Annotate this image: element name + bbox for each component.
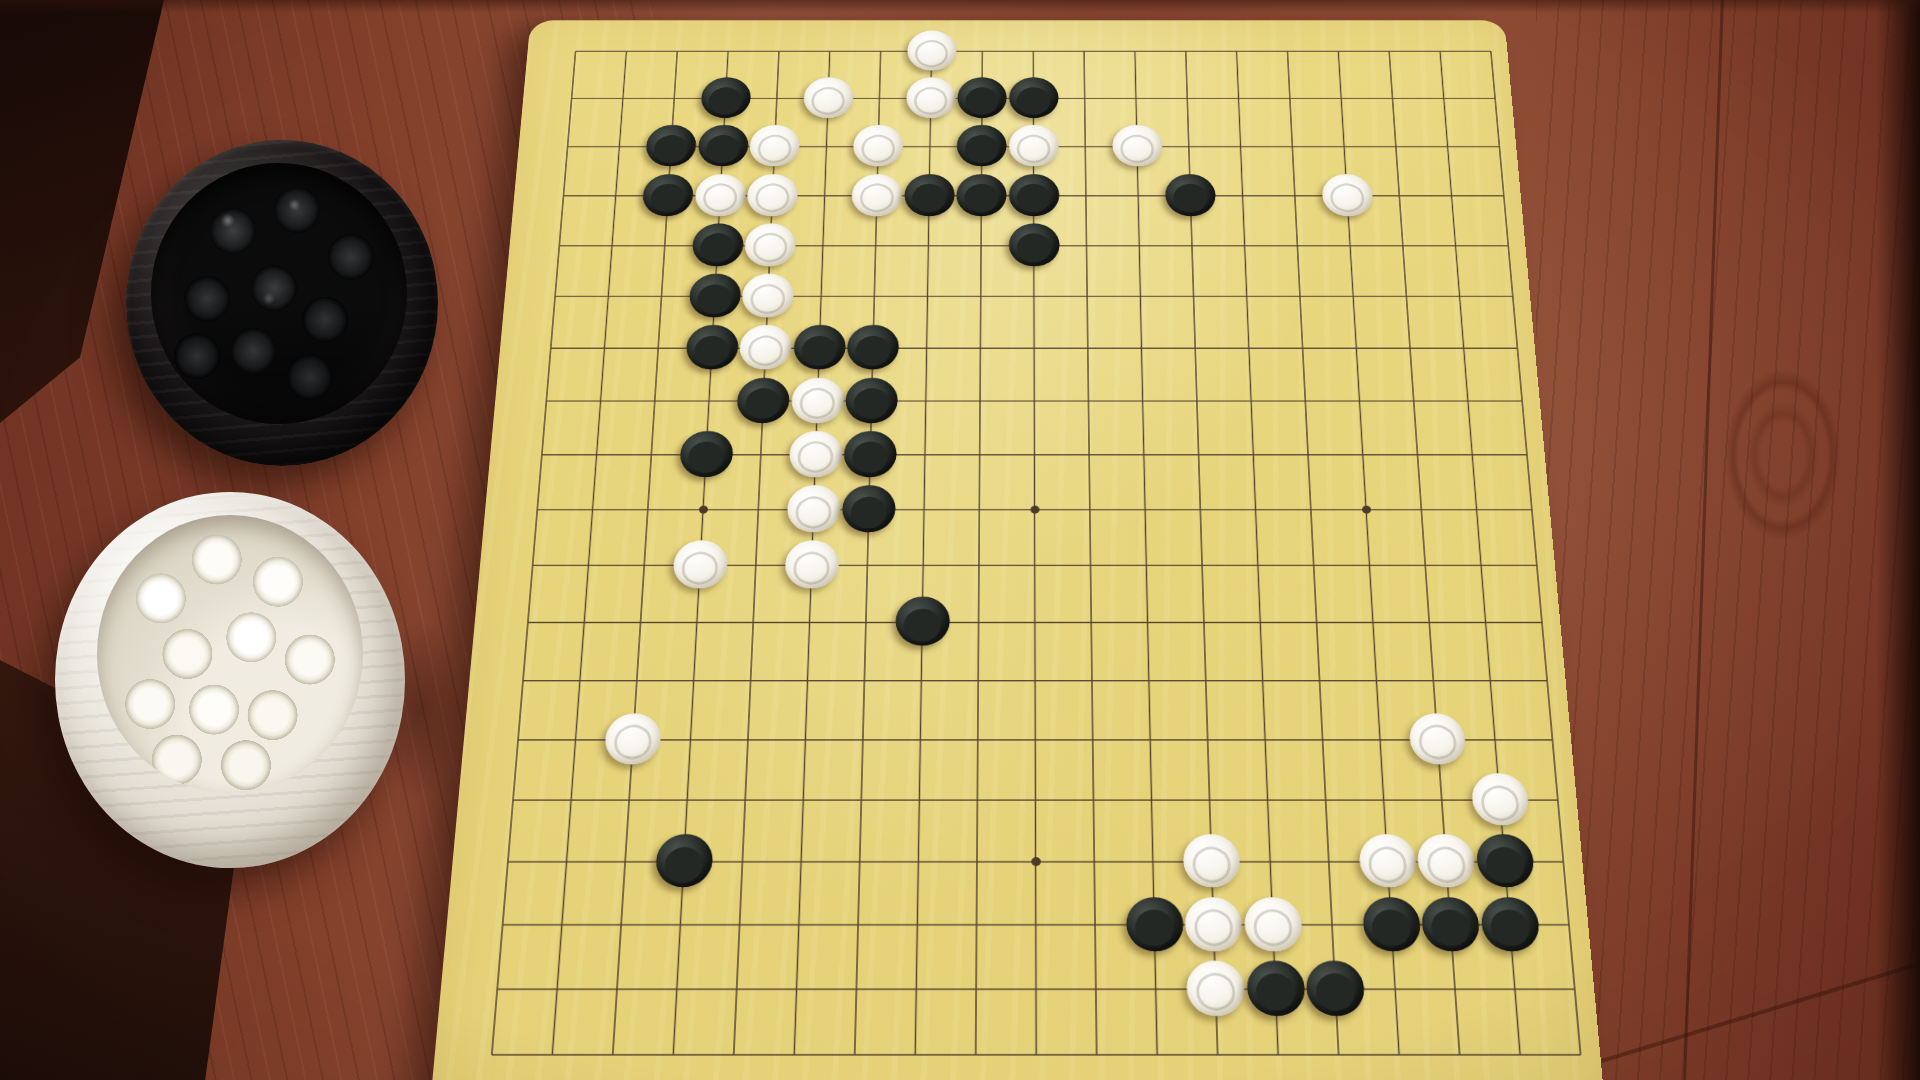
stone-black[interactable]: ● bbox=[845, 378, 898, 423]
stone-white[interactable]: ○ bbox=[1186, 961, 1245, 1016]
stone-white[interactable]: ○ bbox=[784, 541, 839, 589]
stone-white[interactable]: ○ bbox=[803, 78, 854, 119]
black-bowl-opening bbox=[151, 163, 407, 424]
stone-black[interactable]: ● bbox=[697, 125, 749, 166]
stone-white[interactable]: ○ bbox=[739, 325, 793, 370]
stone-black[interactable]: ● bbox=[842, 485, 896, 532]
star-point bbox=[1030, 506, 1039, 514]
stone-white[interactable]: ○ bbox=[851, 174, 902, 216]
stone-black[interactable]: ● bbox=[688, 274, 741, 318]
stone-white[interactable]: ○ bbox=[749, 125, 801, 166]
stone-black[interactable]: ● bbox=[1246, 961, 1306, 1016]
stone-black[interactable]: ● bbox=[793, 325, 846, 370]
stone-white[interactable]: ○ bbox=[906, 78, 956, 119]
board-grid[interactable]: ○●○○●●●●○○●○○●○○○●●●●○●○●●○●○●●●○●●○●○●○… bbox=[492, 51, 1581, 1054]
stone-white[interactable]: ○ bbox=[746, 174, 798, 216]
stone-white[interactable]: ○ bbox=[853, 125, 904, 166]
stone-black[interactable]: ● bbox=[1008, 223, 1059, 266]
stone-black[interactable]: ● bbox=[736, 378, 790, 423]
star-point bbox=[1361, 506, 1370, 514]
stone-black[interactable]: ● bbox=[645, 125, 697, 166]
stone-white[interactable]: ○ bbox=[741, 274, 794, 318]
stone-black[interactable]: ● bbox=[843, 431, 897, 477]
black-bowl-stones bbox=[151, 163, 407, 424]
stone-black[interactable]: ● bbox=[956, 174, 1006, 216]
white-bowl-stones bbox=[97, 515, 363, 793]
table-edge-shadow-right bbox=[1876, 0, 1920, 1080]
stone-black[interactable]: ● bbox=[685, 325, 739, 370]
stone-black[interactable]: ● bbox=[847, 325, 900, 370]
black-stone-bowl bbox=[126, 140, 438, 466]
stone-white[interactable]: ○ bbox=[1183, 834, 1241, 887]
stone-white[interactable]: ○ bbox=[1243, 897, 1302, 951]
stone-white[interactable]: ○ bbox=[786, 485, 841, 532]
stone-black[interactable]: ● bbox=[1009, 78, 1058, 119]
stone-white[interactable]: ○ bbox=[694, 174, 746, 216]
stone-black[interactable]: ● bbox=[895, 597, 950, 646]
stone-white[interactable]: ○ bbox=[907, 31, 956, 71]
stone-black[interactable]: ● bbox=[691, 223, 744, 266]
stone-white[interactable]: ○ bbox=[744, 223, 797, 266]
stone-black[interactable]: ● bbox=[654, 834, 713, 887]
stone-white[interactable]: ○ bbox=[1009, 125, 1059, 166]
go-board[interactable]: ○●○○●●●●○○●○○●○○○●●●●○●○●●○●○●●●○●●○●○●○… bbox=[425, 20, 1610, 1080]
stone-black[interactable]: ● bbox=[700, 78, 751, 119]
stone-white[interactable]: ○ bbox=[672, 541, 728, 589]
stone-black[interactable]: ● bbox=[1125, 897, 1183, 951]
star-point bbox=[1031, 857, 1041, 866]
white-bowl-opening bbox=[97, 515, 363, 793]
wood-knot bbox=[1698, 330, 1868, 580]
stone-black[interactable]: ● bbox=[678, 431, 733, 477]
table-edge-top bbox=[0, 0, 1920, 13]
stone-white[interactable]: ○ bbox=[1112, 125, 1163, 166]
stone-black[interactable]: ● bbox=[1009, 174, 1059, 216]
stone-black[interactable]: ● bbox=[957, 125, 1007, 166]
stone-black[interactable]: ● bbox=[1165, 174, 1216, 216]
stone-black[interactable]: ● bbox=[957, 78, 1006, 119]
stone-white[interactable]: ○ bbox=[1184, 897, 1243, 951]
stone-black[interactable]: ● bbox=[904, 174, 955, 216]
stone-white[interactable]: ○ bbox=[791, 378, 845, 423]
white-stone-bowl bbox=[55, 492, 405, 868]
stone-white[interactable]: ○ bbox=[788, 431, 842, 477]
